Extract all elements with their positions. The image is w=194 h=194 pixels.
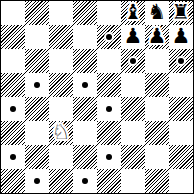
square-g6[interactable] bbox=[145, 49, 169, 73]
white-knight-c3[interactable]: ♞♘ bbox=[49, 121, 73, 145]
square-f7[interactable]: ♟ bbox=[121, 25, 145, 49]
square-c4[interactable] bbox=[49, 97, 73, 121]
square-c7[interactable] bbox=[49, 25, 73, 49]
square-a2[interactable] bbox=[1, 145, 25, 169]
square-g8[interactable]: ♞ bbox=[145, 1, 169, 25]
square-d4[interactable] bbox=[73, 97, 97, 121]
square-c1[interactable] bbox=[49, 169, 73, 193]
chessboard-window: ♝♞♜♟♟♟♞♘ bbox=[0, 0, 194, 194]
white-knight-outline-glyph: ♘ bbox=[49, 121, 73, 145]
square-d2[interactable] bbox=[73, 145, 97, 169]
square-h6[interactable] bbox=[169, 49, 193, 73]
square-b5[interactable] bbox=[25, 73, 49, 97]
square-f6[interactable] bbox=[121, 49, 145, 73]
square-a4[interactable] bbox=[1, 97, 25, 121]
square-a8[interactable] bbox=[1, 1, 25, 25]
square-c8[interactable] bbox=[49, 1, 73, 25]
square-e4[interactable] bbox=[97, 97, 121, 121]
black-pawn-g7[interactable]: ♟ bbox=[145, 25, 169, 49]
square-d1[interactable] bbox=[73, 169, 97, 193]
square-c6[interactable] bbox=[49, 49, 73, 73]
square-b1[interactable] bbox=[25, 169, 49, 193]
square-e6[interactable] bbox=[97, 49, 121, 73]
move-marker-b5[interactable] bbox=[34, 82, 40, 88]
black-pawn-h7[interactable]: ♟ bbox=[169, 25, 193, 49]
square-d6[interactable] bbox=[73, 49, 97, 73]
move-marker-f6[interactable] bbox=[130, 58, 136, 64]
square-d5[interactable] bbox=[73, 73, 97, 97]
square-f5[interactable] bbox=[121, 73, 145, 97]
square-d8[interactable] bbox=[73, 1, 97, 25]
square-a7[interactable] bbox=[1, 25, 25, 49]
square-a3[interactable] bbox=[1, 121, 25, 145]
square-g2[interactable] bbox=[145, 145, 169, 169]
square-g5[interactable] bbox=[145, 73, 169, 97]
move-marker-a2[interactable] bbox=[10, 154, 16, 160]
move-marker-e4[interactable] bbox=[106, 106, 112, 112]
square-f4[interactable] bbox=[121, 97, 145, 121]
square-e7[interactable] bbox=[97, 25, 121, 49]
square-e2[interactable] bbox=[97, 145, 121, 169]
square-c2[interactable] bbox=[49, 145, 73, 169]
square-e1[interactable] bbox=[97, 169, 121, 193]
black-bishop-f8[interactable]: ♝ bbox=[121, 1, 145, 25]
square-c3[interactable]: ♞♘ bbox=[49, 121, 73, 145]
square-e3[interactable] bbox=[97, 121, 121, 145]
move-marker-d1[interactable] bbox=[82, 178, 88, 184]
square-a1[interactable] bbox=[1, 169, 25, 193]
square-h8[interactable]: ♜ bbox=[169, 1, 193, 25]
square-b2[interactable] bbox=[25, 145, 49, 169]
black-knight-g8[interactable]: ♞ bbox=[145, 1, 169, 25]
square-d3[interactable] bbox=[73, 121, 97, 145]
move-marker-e7[interactable] bbox=[106, 34, 112, 40]
square-h7[interactable]: ♟ bbox=[169, 25, 193, 49]
square-b7[interactable] bbox=[25, 25, 49, 49]
square-e5[interactable] bbox=[97, 73, 121, 97]
square-f8[interactable]: ♝ bbox=[121, 1, 145, 25]
square-b6[interactable] bbox=[25, 49, 49, 73]
move-marker-h6[interactable] bbox=[178, 58, 184, 64]
square-d7[interactable] bbox=[73, 25, 97, 49]
square-h3[interactable] bbox=[169, 121, 193, 145]
square-g7[interactable]: ♟ bbox=[145, 25, 169, 49]
square-a6[interactable] bbox=[1, 49, 25, 73]
chess-board: ♝♞♜♟♟♟♞♘ bbox=[0, 0, 194, 194]
square-g4[interactable] bbox=[145, 97, 169, 121]
move-marker-a4[interactable] bbox=[10, 106, 16, 112]
square-h2[interactable] bbox=[169, 145, 193, 169]
square-f1[interactable] bbox=[121, 169, 145, 193]
move-marker-e2[interactable] bbox=[106, 154, 112, 160]
black-rook-h8[interactable]: ♜ bbox=[169, 1, 193, 25]
square-b3[interactable] bbox=[25, 121, 49, 145]
square-h4[interactable] bbox=[169, 97, 193, 121]
square-h5[interactable] bbox=[169, 73, 193, 97]
square-c5[interactable] bbox=[49, 73, 73, 97]
square-a5[interactable] bbox=[1, 73, 25, 97]
square-g3[interactable] bbox=[145, 121, 169, 145]
square-f3[interactable] bbox=[121, 121, 145, 145]
move-marker-d5[interactable] bbox=[82, 82, 88, 88]
square-e8[interactable] bbox=[97, 1, 121, 25]
square-g1[interactable] bbox=[145, 169, 169, 193]
square-b8[interactable] bbox=[25, 1, 49, 25]
square-h1[interactable] bbox=[169, 169, 193, 193]
black-pawn-f7[interactable]: ♟ bbox=[121, 25, 145, 49]
square-b4[interactable] bbox=[25, 97, 49, 121]
move-marker-b1[interactable] bbox=[34, 178, 40, 184]
square-f2[interactable] bbox=[121, 145, 145, 169]
